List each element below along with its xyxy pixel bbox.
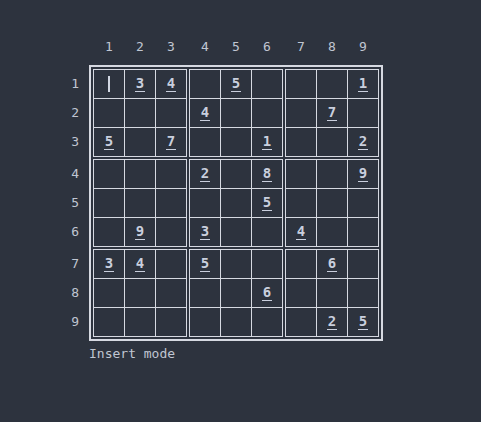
row-label-5: 5 xyxy=(71,196,79,210)
sudoku-box-2-2: 2853 xyxy=(189,159,283,247)
row-label-7: 7 xyxy=(71,257,79,271)
cell-r7c2[interactable]: 4 xyxy=(125,250,155,278)
cell-r1c1[interactable] xyxy=(94,70,124,98)
sudoku-box-1-2: 541 xyxy=(189,69,283,157)
given-digit: 7 xyxy=(327,105,337,121)
cell-r1c6[interactable] xyxy=(252,70,282,98)
given-digit: 9 xyxy=(358,166,368,182)
cell-r3c2[interactable] xyxy=(125,128,155,156)
given-digit: 2 xyxy=(327,314,337,330)
cell-r4c2[interactable] xyxy=(125,160,155,188)
row-label-4: 4 xyxy=(71,167,79,181)
cell-r9c3[interactable] xyxy=(156,308,186,336)
cell-r9c2[interactable] xyxy=(125,308,155,336)
cell-r4c5[interactable] xyxy=(221,160,251,188)
given-digit: 1 xyxy=(358,76,368,92)
cell-r6c9[interactable] xyxy=(348,218,378,246)
column-label-6: 6 xyxy=(263,40,271,54)
sudoku-box-2-3: 94 xyxy=(285,159,379,247)
cell-r2c9[interactable] xyxy=(348,99,378,127)
cell-r6c7[interactable]: 4 xyxy=(286,218,316,246)
cell-r6c3[interactable] xyxy=(156,218,186,246)
status-mode-text: Insert mode xyxy=(89,347,175,361)
given-digit: 4 xyxy=(166,76,176,92)
given-digit: 4 xyxy=(200,105,210,121)
given-digit: 5 xyxy=(200,256,210,272)
sudoku-box-3-3: 625 xyxy=(285,249,379,337)
cell-r7c8[interactable]: 6 xyxy=(317,250,347,278)
given-digit: 3 xyxy=(104,256,114,272)
given-digit: 9 xyxy=(135,224,145,240)
column-label-8: 8 xyxy=(328,40,336,54)
cell-r8c7[interactable] xyxy=(286,279,316,307)
cell-r2c5[interactable] xyxy=(221,99,251,127)
given-digit: 6 xyxy=(262,285,272,301)
cell-r6c4[interactable]: 3 xyxy=(190,218,220,246)
column-label-4: 4 xyxy=(201,40,209,54)
cell-r2c7[interactable] xyxy=(286,99,316,127)
cell-r9c1[interactable] xyxy=(94,308,124,336)
cell-r8c4[interactable] xyxy=(190,279,220,307)
cell-r8c5[interactable] xyxy=(221,279,251,307)
cell-r1c5[interactable]: 5 xyxy=(221,70,251,98)
given-digit: 3 xyxy=(200,224,210,240)
cell-r9c9[interactable]: 5 xyxy=(348,308,378,336)
given-digit: 3 xyxy=(135,76,145,92)
cell-r2c6[interactable] xyxy=(252,99,282,127)
given-digit: 5 xyxy=(231,76,241,92)
cell-r7c5[interactable] xyxy=(221,250,251,278)
cell-r8c9[interactable] xyxy=(348,279,378,307)
given-digit: 2 xyxy=(200,166,210,182)
cell-r3c5[interactable] xyxy=(221,128,251,156)
given-digit: 2 xyxy=(358,134,368,150)
cell-r2c4[interactable]: 4 xyxy=(190,99,220,127)
cell-r4c9[interactable]: 9 xyxy=(348,160,378,188)
cell-r3c3[interactable]: 7 xyxy=(156,128,186,156)
cell-r1c9[interactable]: 1 xyxy=(348,70,378,98)
cell-r5c2[interactable] xyxy=(125,189,155,217)
cell-r9c4[interactable] xyxy=(190,308,220,336)
cell-r8c6[interactable]: 6 xyxy=(252,279,282,307)
cell-r1c4[interactable] xyxy=(190,70,220,98)
cell-r6c8[interactable] xyxy=(317,218,347,246)
terminal-screen: 123456789123456789 345754117292853943456… xyxy=(0,0,481,422)
cell-r7c6[interactable] xyxy=(252,250,282,278)
cell-r3c4[interactable] xyxy=(190,128,220,156)
column-label-5: 5 xyxy=(232,40,240,54)
cell-r9c5[interactable] xyxy=(221,308,251,336)
cell-r7c3[interactable] xyxy=(156,250,186,278)
cursor-caret xyxy=(108,76,110,92)
cell-r9c8[interactable]: 2 xyxy=(317,308,347,336)
cell-r7c7[interactable] xyxy=(286,250,316,278)
cell-r3c7[interactable] xyxy=(286,128,316,156)
cell-r6c6[interactable] xyxy=(252,218,282,246)
cell-r5c1[interactable] xyxy=(94,189,124,217)
cell-r2c8[interactable]: 7 xyxy=(317,99,347,127)
sudoku-box-3-1: 34 xyxy=(93,249,187,337)
cell-r6c1[interactable] xyxy=(94,218,124,246)
sudoku-board: 345754117292853943456625 xyxy=(89,65,383,341)
cell-r5c3[interactable] xyxy=(156,189,186,217)
cell-r8c3[interactable] xyxy=(156,279,186,307)
given-digit: 5 xyxy=(104,134,114,150)
cell-r9c6[interactable] xyxy=(252,308,282,336)
row-label-1: 1 xyxy=(71,77,79,91)
cell-r6c5[interactable] xyxy=(221,218,251,246)
cell-r7c4[interactable]: 5 xyxy=(190,250,220,278)
cell-r2c1[interactable] xyxy=(94,99,124,127)
cell-r4c3[interactable] xyxy=(156,160,186,188)
column-label-1: 1 xyxy=(105,40,113,54)
given-digit: 4 xyxy=(135,256,145,272)
cell-r1c7[interactable] xyxy=(286,70,316,98)
row-label-2: 2 xyxy=(71,106,79,120)
given-digit: 5 xyxy=(358,314,368,330)
given-digit: 8 xyxy=(262,166,272,182)
cell-r3c8[interactable] xyxy=(317,128,347,156)
cell-r4c1[interactable] xyxy=(94,160,124,188)
cell-r5c4[interactable] xyxy=(190,189,220,217)
cell-r8c8[interactable] xyxy=(317,279,347,307)
row-label-6: 6 xyxy=(71,225,79,239)
cell-r4c4[interactable]: 2 xyxy=(190,160,220,188)
cell-r9c7[interactable] xyxy=(286,308,316,336)
given-digit: 4 xyxy=(296,224,306,240)
given-digit: 6 xyxy=(327,256,337,272)
row-label-9: 9 xyxy=(71,315,79,329)
cell-r3c9[interactable]: 2 xyxy=(348,128,378,156)
cell-r4c6[interactable]: 8 xyxy=(252,160,282,188)
cell-r7c1[interactable]: 3 xyxy=(94,250,124,278)
cell-r2c2[interactable] xyxy=(125,99,155,127)
cell-r5c8[interactable] xyxy=(317,189,347,217)
cell-r2c3[interactable] xyxy=(156,99,186,127)
cell-r1c8[interactable] xyxy=(317,70,347,98)
cell-r4c7[interactable] xyxy=(286,160,316,188)
cell-r6c2[interactable]: 9 xyxy=(125,218,155,246)
given-digit: 1 xyxy=(262,134,272,150)
row-label-3: 3 xyxy=(71,135,79,149)
sudoku-box-1-3: 172 xyxy=(285,69,379,157)
cell-r5c9[interactable] xyxy=(348,189,378,217)
cell-r7c9[interactable] xyxy=(348,250,378,278)
cell-r1c2[interactable]: 3 xyxy=(125,70,155,98)
sudoku-box-1-1: 3457 xyxy=(93,69,187,157)
cell-r4c8[interactable] xyxy=(317,160,347,188)
cell-r3c1[interactable]: 5 xyxy=(94,128,124,156)
column-label-3: 3 xyxy=(167,40,175,54)
cell-r1c3[interactable]: 4 xyxy=(156,70,186,98)
cell-r5c6[interactable]: 5 xyxy=(252,189,282,217)
cell-r5c5[interactable] xyxy=(221,189,251,217)
cell-r8c2[interactable] xyxy=(125,279,155,307)
given-digit: 7 xyxy=(166,134,176,150)
cell-r8c1[interactable] xyxy=(94,279,124,307)
given-digit: 5 xyxy=(262,195,272,211)
column-label-7: 7 xyxy=(297,40,305,54)
sudoku-box-2-1: 9 xyxy=(93,159,187,247)
column-label-9: 9 xyxy=(359,40,367,54)
cell-r5c7[interactable] xyxy=(286,189,316,217)
sudoku-box-3-2: 56 xyxy=(189,249,283,337)
cell-r3c6[interactable]: 1 xyxy=(252,128,282,156)
row-label-8: 8 xyxy=(71,286,79,300)
column-label-2: 2 xyxy=(136,40,144,54)
